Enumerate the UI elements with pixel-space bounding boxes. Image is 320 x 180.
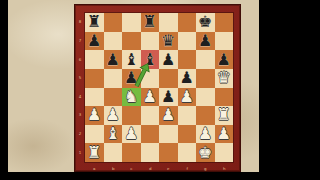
square-b6[interactable]: ♟ <box>104 50 123 69</box>
square-h2[interactable]: ♟ <box>215 125 234 144</box>
black-rook[interactable]: ♜ <box>85 13 104 32</box>
white-rook[interactable]: ♜ <box>85 143 104 162</box>
square-b3[interactable]: ♟ <box>104 106 123 125</box>
chess-board-frame: ♜♜♚♟♛♟♟♝♝♟♟♟♟♛♞♟♟♟♟♟♟♜♝♟♟♟♜♚ abcdefgh 87… <box>75 5 240 171</box>
square-d8[interactable]: ♜ <box>141 13 160 32</box>
black-pawn[interactable]: ♟ <box>159 50 178 69</box>
square-d2[interactable] <box>141 125 160 144</box>
square-a2[interactable] <box>85 125 104 144</box>
square-d5[interactable] <box>141 69 160 88</box>
white-pawn[interactable]: ♟ <box>159 106 178 125</box>
square-f4[interactable]: ♟ <box>178 88 197 107</box>
square-a5[interactable] <box>85 69 104 88</box>
square-f3[interactable] <box>178 106 197 125</box>
file-label-d: d <box>145 167 154 171</box>
square-a3[interactable]: ♟ <box>85 106 104 125</box>
rank-label-1: 1 <box>78 151 83 155</box>
square-b5[interactable] <box>104 69 123 88</box>
chess-board[interactable]: ♜♜♚♟♛♟♟♝♝♟♟♟♟♛♞♟♟♟♟♟♟♜♝♟♟♟♜♚ <box>85 13 233 162</box>
square-b2[interactable]: ♝ <box>104 125 123 144</box>
square-e5[interactable] <box>159 69 178 88</box>
square-c7[interactable] <box>122 32 141 51</box>
square-e1[interactable] <box>159 143 178 162</box>
square-f6[interactable] <box>178 50 197 69</box>
rank-label-8: 8 <box>78 20 83 24</box>
square-a4[interactable] <box>85 88 104 107</box>
file-label-h: h <box>219 167 228 171</box>
square-c8[interactable] <box>122 13 141 32</box>
square-d3[interactable] <box>141 106 160 125</box>
file-label-g: g <box>201 167 210 171</box>
square-e2[interactable] <box>159 125 178 144</box>
white-queen[interactable]: ♛ <box>215 69 234 88</box>
square-f1[interactable] <box>178 143 197 162</box>
square-d6[interactable]: ♝ <box>141 50 160 69</box>
white-pawn[interactable]: ♟ <box>215 125 234 144</box>
square-h1[interactable] <box>215 143 234 162</box>
rank-label-4: 4 <box>78 95 83 99</box>
rank-label-2: 2 <box>78 132 83 136</box>
square-h3[interactable]: ♜ <box>215 106 234 125</box>
square-g2[interactable]: ♟ <box>196 125 215 144</box>
square-b8[interactable] <box>104 13 123 32</box>
file-label-e: e <box>164 167 173 171</box>
black-pawn[interactable]: ♟ <box>196 32 215 51</box>
white-king[interactable]: ♚ <box>196 143 215 162</box>
square-e6[interactable]: ♟ <box>159 50 178 69</box>
square-c3[interactable] <box>122 106 141 125</box>
black-pawn[interactable]: ♟ <box>178 69 197 88</box>
square-f7[interactable] <box>178 32 197 51</box>
white-pawn[interactable]: ♟ <box>85 106 104 125</box>
square-g7[interactable]: ♟ <box>196 32 215 51</box>
file-label-f: f <box>182 167 191 171</box>
black-pawn[interactable]: ♟ <box>104 50 123 69</box>
black-bishop[interactable]: ♝ <box>141 50 160 69</box>
square-e4[interactable]: ♟ <box>159 88 178 107</box>
white-pawn[interactable]: ♟ <box>122 125 141 144</box>
square-d7[interactable] <box>141 32 160 51</box>
square-h5[interactable]: ♛ <box>215 69 234 88</box>
square-d1[interactable] <box>141 143 160 162</box>
black-rook[interactable]: ♜ <box>141 13 160 32</box>
square-e3[interactable]: ♟ <box>159 106 178 125</box>
square-h4[interactable] <box>215 88 234 107</box>
rank-label-7: 7 <box>78 39 83 43</box>
white-pawn[interactable]: ♟ <box>141 88 160 107</box>
file-label-b: b <box>108 167 117 171</box>
black-pawn[interactable]: ♟ <box>85 32 104 51</box>
square-g1[interactable]: ♚ <box>196 143 215 162</box>
file-label-a: a <box>90 167 99 171</box>
square-c1[interactable] <box>122 143 141 162</box>
black-pawn[interactable]: ♟ <box>215 50 234 69</box>
square-g8[interactable]: ♚ <box>196 13 215 32</box>
black-pawn[interactable]: ♟ <box>122 69 141 88</box>
square-c2[interactable]: ♟ <box>122 125 141 144</box>
square-b4[interactable] <box>104 88 123 107</box>
square-g6[interactable] <box>196 50 215 69</box>
file-label-c: c <box>127 167 136 171</box>
square-h6[interactable]: ♟ <box>215 50 234 69</box>
square-f8[interactable] <box>178 13 197 32</box>
white-pawn[interactable]: ♟ <box>178 88 197 107</box>
square-c6[interactable]: ♝ <box>122 50 141 69</box>
square-e8[interactable] <box>159 13 178 32</box>
square-a1[interactable]: ♜ <box>85 143 104 162</box>
rank-label-3: 3 <box>78 113 83 117</box>
square-a7[interactable]: ♟ <box>85 32 104 51</box>
square-b7[interactable] <box>104 32 123 51</box>
black-pawn[interactable]: ♟ <box>159 88 178 107</box>
square-c4[interactable]: ♞ <box>122 88 141 107</box>
white-rook[interactable]: ♜ <box>215 106 234 125</box>
white-pawn[interactable]: ♟ <box>196 125 215 144</box>
square-g5[interactable] <box>196 69 215 88</box>
square-e7[interactable]: ♛ <box>159 32 178 51</box>
white-knight[interactable]: ♞ <box>122 88 141 107</box>
rank-label-5: 5 <box>78 76 83 80</box>
white-pawn[interactable]: ♟ <box>104 106 123 125</box>
square-a8[interactable]: ♜ <box>85 13 104 32</box>
square-g3[interactable] <box>196 106 215 125</box>
square-d4[interactable]: ♟ <box>141 88 160 107</box>
rank-label-6: 6 <box>78 58 83 62</box>
square-f5[interactable]: ♟ <box>178 69 197 88</box>
white-bishop[interactable]: ♝ <box>104 125 123 144</box>
square-c5[interactable]: ♟ <box>122 69 141 88</box>
square-h7[interactable] <box>215 32 234 51</box>
black-king[interactable]: ♚ <box>196 13 215 32</box>
square-a6[interactable] <box>85 50 104 69</box>
black-queen[interactable]: ♛ <box>159 32 178 51</box>
square-g4[interactable] <box>196 88 215 107</box>
square-b1[interactable] <box>104 143 123 162</box>
square-f2[interactable] <box>178 125 197 144</box>
black-bishop[interactable]: ♝ <box>122 50 141 69</box>
square-h8[interactable] <box>215 13 234 32</box>
